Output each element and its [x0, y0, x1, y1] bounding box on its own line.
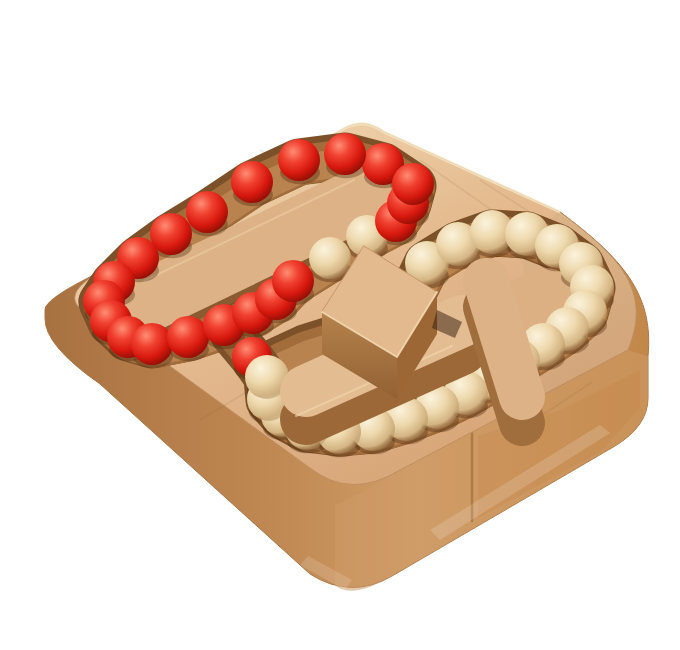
product-photo-stage	[0, 0, 680, 650]
marble-red[interactable]	[186, 191, 228, 233]
marble-red[interactable]	[231, 161, 273, 203]
marble-red[interactable]	[167, 316, 209, 358]
marble-natural[interactable]	[309, 237, 351, 279]
marble-red[interactable]	[272, 260, 314, 302]
marble-red[interactable]	[324, 133, 366, 175]
marble-red[interactable]	[131, 323, 173, 365]
marble-maze-puzzle	[0, 0, 680, 650]
marble-red[interactable]	[278, 139, 320, 181]
marble-red[interactable]	[392, 163, 434, 205]
